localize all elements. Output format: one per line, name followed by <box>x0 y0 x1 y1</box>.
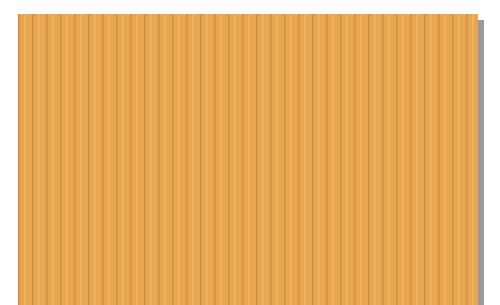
go-diagram <box>0 0 500 305</box>
go-board <box>18 14 478 305</box>
board-edge-shadow <box>478 20 484 305</box>
